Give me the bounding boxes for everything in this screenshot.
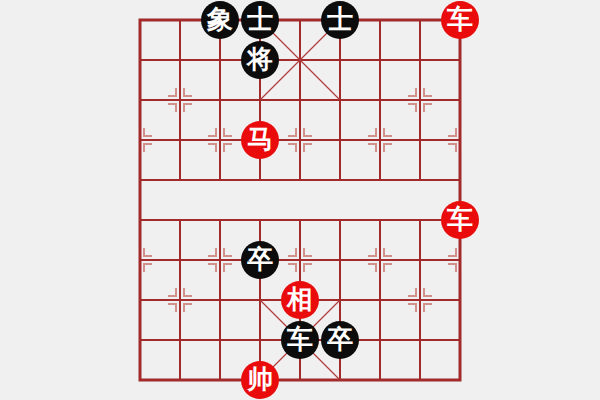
red-horse-glyph: 马 — [247, 126, 273, 152]
black-soldier-glyph: 卒 — [247, 246, 273, 272]
red-elephant[interactable]: 相 — [281, 281, 319, 319]
black-advisor-glyph: 士 — [327, 6, 353, 32]
black-advisor[interactable]: 士 — [241, 1, 279, 39]
pieces-grid: 象士士车将马车卒相车卒帅 — [120, 0, 480, 400]
black-advisor[interactable]: 士 — [321, 1, 359, 39]
black-soldier-glyph: 卒 — [327, 326, 353, 352]
red-elephant-glyph: 相 — [287, 286, 313, 312]
black-soldier[interactable]: 卒 — [241, 241, 279, 279]
black-chariot[interactable]: 车 — [281, 321, 319, 359]
red-general[interactable]: 帅 — [241, 361, 279, 399]
red-chariot-glyph: 车 — [447, 206, 473, 232]
red-chariot[interactable]: 车 — [441, 201, 479, 239]
black-elephant-glyph: 象 — [207, 6, 233, 32]
black-general-glyph: 将 — [247, 46, 273, 72]
red-chariot[interactable]: 车 — [441, 1, 479, 39]
black-advisor-glyph: 士 — [247, 6, 273, 32]
xiangqi-board-area[interactable]: 象士士车将马车卒相车卒帅 — [0, 0, 600, 400]
black-soldier[interactable]: 卒 — [321, 321, 359, 359]
black-general[interactable]: 将 — [241, 41, 279, 79]
black-elephant[interactable]: 象 — [201, 1, 239, 39]
red-chariot-glyph: 车 — [447, 6, 473, 32]
black-chariot-glyph: 车 — [287, 326, 313, 352]
red-horse[interactable]: 马 — [241, 121, 279, 159]
red-general-glyph: 帅 — [247, 366, 273, 392]
